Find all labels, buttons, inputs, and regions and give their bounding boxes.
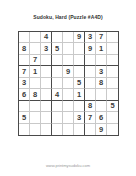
sudoku-cell-r8c9[interactable] [107,112,118,123]
sudoku-cell-r2c1: 8 [19,43,30,54]
sudoku-cell-r5c4[interactable] [52,78,63,89]
sudoku-cell-r2c3: 3 [41,43,52,54]
sudoku-cell-r5c6: 5 [74,78,85,89]
sudoku-cell-r1c8: 7 [96,32,107,43]
sudoku-cell-r7c2[interactable] [30,101,41,112]
sudoku-cell-r4c4[interactable] [52,66,63,77]
sudoku-cell-r2c7: 9 [85,43,96,54]
sudoku-board: 4937835917719335868418553769 [18,31,119,136]
sudoku-cell-r5c9[interactable] [107,78,118,89]
sudoku-cell-r9c5[interactable] [63,124,74,135]
sudoku-cell-r2c8: 1 [96,43,107,54]
sudoku-cell-r7c8[interactable] [96,101,107,112]
sudoku-cell-r6c2: 8 [30,89,41,100]
sudoku-cell-r3c8[interactable] [96,55,107,66]
sudoku-cell-r2c5[interactable] [63,43,74,54]
sudoku-cell-r1c1[interactable] [19,32,30,43]
sudoku-cell-r9c6[interactable] [74,124,85,135]
sudoku-cell-r9c7[interactable] [85,124,96,135]
sudoku-cell-r7c6[interactable] [74,101,85,112]
sudoku-cell-r4c8: 3 [96,66,107,77]
sudoku-cell-r2c6[interactable] [74,43,85,54]
sudoku-cell-r4c6[interactable] [74,66,85,77]
sudoku-cell-r3c7[interactable] [85,55,96,66]
sudoku-cell-r7c9: 5 [107,101,118,112]
sudoku-cell-r4c2: 1 [30,66,41,77]
sudoku-cell-r3c1[interactable] [19,55,30,66]
sudoku-cell-r9c3[interactable] [41,124,52,135]
sudoku-cell-r1c5[interactable] [63,32,74,43]
sudoku-cell-r8c7: 7 [85,112,96,123]
sudoku-cell-r4c9[interactable] [107,66,118,77]
sudoku-cell-r7c3[interactable] [41,101,52,112]
sudoku-cell-r8c6: 3 [74,112,85,123]
page-title: Sudoku, Hard (Puzzle #A4D) [0,14,136,20]
sudoku-cell-r4c5: 9 [63,66,74,77]
sudoku-cell-r7c4[interactable] [52,101,63,112]
sudoku-cell-r1c6: 9 [74,32,85,43]
sudoku-cell-r5c5[interactable] [63,78,74,89]
sudoku-cell-r9c9[interactable] [107,124,118,135]
sudoku-cell-r1c4[interactable] [52,32,63,43]
sudoku-cell-r1c7: 3 [85,32,96,43]
sudoku-cell-r9c1[interactable] [19,124,30,135]
sudoku-cell-r8c4[interactable] [52,112,63,123]
sudoku-cell-r8c1: 5 [19,112,30,123]
sudoku-cell-r5c8: 8 [96,78,107,89]
sudoku-cell-r9c4[interactable] [52,124,63,135]
sudoku-cell-r5c7[interactable] [85,78,96,89]
sudoku-cell-r6c5[interactable] [63,89,74,100]
sudoku-cell-r2c4: 5 [52,43,63,54]
sudoku-cell-r6c6: 1 [74,89,85,100]
sudoku-cell-r6c3[interactable] [41,89,52,100]
sudoku-cell-r3c4[interactable] [52,55,63,66]
footer-url: www.printmysudoku.com [0,163,136,168]
sudoku-cell-r4c1: 7 [19,66,30,77]
sudoku-cell-r9c2[interactable] [30,124,41,135]
sudoku-cell-r6c4: 4 [52,89,63,100]
sudoku-cell-r3c3[interactable] [41,55,52,66]
sudoku-cell-r5c2[interactable] [30,78,41,89]
sudoku-cell-r7c1[interactable] [19,101,30,112]
sudoku-cell-r4c3[interactable] [41,66,52,77]
sudoku-cell-r8c3[interactable] [41,112,52,123]
sudoku-cell-r6c1: 6 [19,89,30,100]
sudoku-cell-r9c8: 9 [96,124,107,135]
sudoku-cell-r5c3[interactable] [41,78,52,89]
sudoku-cell-r7c7: 8 [85,101,96,112]
page: { "page": { "title": "Sudoku, Hard (Puzz… [0,0,136,176]
sudoku-cell-r8c5[interactable] [63,112,74,123]
sudoku-cell-r3c5[interactable] [63,55,74,66]
sudoku-cell-r4c7[interactable] [85,66,96,77]
sudoku-cell-r5c1: 3 [19,78,30,89]
sudoku-cell-r1c3: 4 [41,32,52,43]
sudoku-cell-r2c9[interactable] [107,43,118,54]
sudoku-cell-r7c5[interactable] [63,101,74,112]
sudoku-cell-r1c9[interactable] [107,32,118,43]
sudoku-cell-r3c2: 7 [30,55,41,66]
sudoku-cell-r6c8[interactable] [96,89,107,100]
sudoku-cell-r1c2[interactable] [30,32,41,43]
sudoku-cell-r3c9[interactable] [107,55,118,66]
sudoku-cell-r8c8: 6 [96,112,107,123]
sudoku-cell-r3c6[interactable] [74,55,85,66]
sudoku-cell-r8c2[interactable] [30,112,41,123]
sudoku-cell-r6c7[interactable] [85,89,96,100]
sudoku-cell-r6c9[interactable] [107,89,118,100]
sudoku-cell-r2c2[interactable] [30,43,41,54]
